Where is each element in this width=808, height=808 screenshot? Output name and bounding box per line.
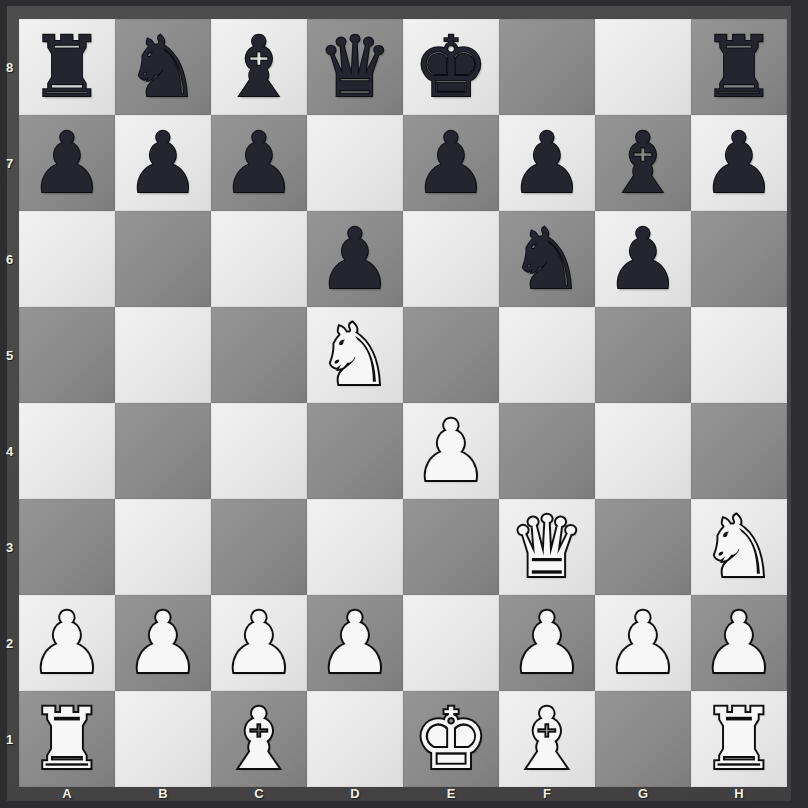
file-label-h: H <box>691 786 787 801</box>
square-d5[interactable]: ♞ <box>307 307 403 403</box>
file-label-b: B <box>115 786 211 801</box>
square-d3[interactable] <box>307 499 403 595</box>
square-f1[interactable]: ♝ <box>499 691 595 787</box>
square-b7[interactable]: ♟ <box>115 115 211 211</box>
square-f5[interactable] <box>499 307 595 403</box>
square-f6[interactable]: ♞ <box>499 211 595 307</box>
square-f8[interactable] <box>499 19 595 115</box>
square-d6[interactable]: ♟ <box>307 211 403 307</box>
rank-label-7: 7 <box>0 115 19 211</box>
black-rook-a8[interactable]: ♜ <box>29 19 104 115</box>
square-g3[interactable] <box>595 499 691 595</box>
square-d8[interactable]: ♛ <box>307 19 403 115</box>
black-pawn-f7[interactable]: ♟ <box>509 115 584 211</box>
file-label-e: E <box>403 786 499 801</box>
file-label-c: C <box>211 786 307 801</box>
square-h5[interactable] <box>691 307 787 403</box>
square-a6[interactable] <box>19 211 115 307</box>
white-pawn-e4[interactable]: ♟ <box>413 403 488 499</box>
square-d2[interactable]: ♟ <box>307 595 403 691</box>
square-h4[interactable] <box>691 403 787 499</box>
square-c1[interactable]: ♝ <box>211 691 307 787</box>
file-label-d: D <box>307 786 403 801</box>
square-g7[interactable]: ♝ <box>595 115 691 211</box>
black-bishop-g7[interactable]: ♝ <box>605 115 680 211</box>
square-a8[interactable]: ♜ <box>19 19 115 115</box>
square-d4[interactable] <box>307 403 403 499</box>
white-rook-a1[interactable]: ♜ <box>29 691 104 787</box>
square-g5[interactable] <box>595 307 691 403</box>
rank-label-6: 6 <box>0 211 19 307</box>
black-pawn-e7[interactable]: ♟ <box>413 115 488 211</box>
white-queen-f3[interactable]: ♛ <box>509 499 584 595</box>
black-pawn-c7[interactable]: ♟ <box>221 115 296 211</box>
square-b3[interactable] <box>115 499 211 595</box>
square-e3[interactable] <box>403 499 499 595</box>
white-pawn-b2[interactable]: ♟ <box>125 595 200 691</box>
square-e2[interactable] <box>403 595 499 691</box>
square-a2[interactable]: ♟ <box>19 595 115 691</box>
white-pawn-a2[interactable]: ♟ <box>29 595 104 691</box>
square-c8[interactable]: ♝ <box>211 19 307 115</box>
file-label-a: A <box>19 786 115 801</box>
square-g2[interactable]: ♟ <box>595 595 691 691</box>
rank-labels: 87654321 <box>0 19 19 787</box>
square-h6[interactable] <box>691 211 787 307</box>
square-d7[interactable] <box>307 115 403 211</box>
square-a5[interactable] <box>19 307 115 403</box>
square-e5[interactable] <box>403 307 499 403</box>
square-g6[interactable]: ♟ <box>595 211 691 307</box>
black-pawn-a7[interactable]: ♟ <box>29 115 104 211</box>
rank-label-1: 1 <box>0 691 19 787</box>
square-a4[interactable] <box>19 403 115 499</box>
square-a3[interactable] <box>19 499 115 595</box>
square-e6[interactable] <box>403 211 499 307</box>
square-e4[interactable]: ♟ <box>403 403 499 499</box>
square-c6[interactable] <box>211 211 307 307</box>
square-b2[interactable]: ♟ <box>115 595 211 691</box>
white-pawn-h2[interactable]: ♟ <box>701 595 776 691</box>
square-h3[interactable]: ♞ <box>691 499 787 595</box>
black-rook-h8[interactable]: ♜ <box>701 19 776 115</box>
white-knight-d5[interactable]: ♞ <box>317 307 392 403</box>
square-f7[interactable]: ♟ <box>499 115 595 211</box>
square-f2[interactable]: ♟ <box>499 595 595 691</box>
file-labels: ABCDEFGH <box>19 786 787 801</box>
square-h2[interactable]: ♟ <box>691 595 787 691</box>
square-b8[interactable]: ♞ <box>115 19 211 115</box>
square-c4[interactable] <box>211 403 307 499</box>
white-bishop-f1[interactable]: ♝ <box>509 691 584 787</box>
file-label-f: F <box>499 786 595 801</box>
black-pawn-b7[interactable]: ♟ <box>125 115 200 211</box>
square-c2[interactable]: ♟ <box>211 595 307 691</box>
black-knight-f6[interactable]: ♞ <box>509 211 584 307</box>
square-c3[interactable] <box>211 499 307 595</box>
black-queen-d8[interactable]: ♛ <box>317 19 392 115</box>
white-pawn-d2[interactable]: ♟ <box>317 595 392 691</box>
rank-label-4: 4 <box>0 403 19 499</box>
square-d1[interactable] <box>307 691 403 787</box>
square-a1[interactable]: ♜ <box>19 691 115 787</box>
rank-label-2: 2 <box>0 595 19 691</box>
chess-app: ♜♞♝♛♚♜♟♟♟♟♟♝♟♟♞♟♞♟♛♞♟♟♟♟♟♟♟♜♝♚♝♜ 8765432… <box>0 0 808 808</box>
square-g1[interactable] <box>595 691 691 787</box>
chess-board: ♜♞♝♛♚♜♟♟♟♟♟♝♟♟♞♟♞♟♛♞♟♟♟♟♟♟♟♜♝♚♝♜ <box>19 19 787 787</box>
square-h1[interactable]: ♜ <box>691 691 787 787</box>
square-f4[interactable] <box>499 403 595 499</box>
square-e7[interactable]: ♟ <box>403 115 499 211</box>
white-bishop-c1[interactable]: ♝ <box>221 691 296 787</box>
square-b1[interactable] <box>115 691 211 787</box>
white-knight-h3[interactable]: ♞ <box>701 499 776 595</box>
square-e1[interactable]: ♚ <box>403 691 499 787</box>
white-pawn-c2[interactable]: ♟ <box>221 595 296 691</box>
black-king-e8[interactable]: ♚ <box>413 19 488 115</box>
square-b6[interactable] <box>115 211 211 307</box>
rank-label-5: 5 <box>0 307 19 403</box>
square-g8[interactable] <box>595 19 691 115</box>
square-b5[interactable] <box>115 307 211 403</box>
square-c5[interactable] <box>211 307 307 403</box>
white-king-e1[interactable]: ♚ <box>413 691 488 787</box>
white-rook-h1[interactable]: ♜ <box>701 691 776 787</box>
rank-label-8: 8 <box>0 19 19 115</box>
black-pawn-h7[interactable]: ♟ <box>701 115 776 211</box>
rank-label-3: 3 <box>0 499 19 595</box>
white-pawn-f2[interactable]: ♟ <box>509 595 584 691</box>
square-f3[interactable]: ♛ <box>499 499 595 595</box>
square-c7[interactable]: ♟ <box>211 115 307 211</box>
square-h8[interactable]: ♜ <box>691 19 787 115</box>
black-bishop-c8[interactable]: ♝ <box>221 19 296 115</box>
black-pawn-g6[interactable]: ♟ <box>605 211 680 307</box>
black-knight-b8[interactable]: ♞ <box>125 19 200 115</box>
square-b4[interactable] <box>115 403 211 499</box>
square-h7[interactable]: ♟ <box>691 115 787 211</box>
black-pawn-d6[interactable]: ♟ <box>317 211 392 307</box>
square-g4[interactable] <box>595 403 691 499</box>
square-a7[interactable]: ♟ <box>19 115 115 211</box>
white-pawn-g2[interactable]: ♟ <box>605 595 680 691</box>
file-label-g: G <box>595 786 691 801</box>
square-e8[interactable]: ♚ <box>403 19 499 115</box>
